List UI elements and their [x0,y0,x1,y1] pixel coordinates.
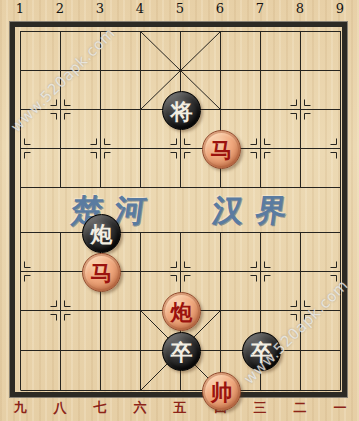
bottom-file-label-9: 一 [328,400,352,416]
piece-black-soldier[interactable]: 卒 [162,332,201,371]
piece-black-general[interactable]: 将 [162,91,201,130]
piece-black-cannon[interactable]: 炮 [82,214,121,253]
top-file-label-7: 7 [248,1,272,17]
bottom-file-label-1: 九 [8,400,32,416]
top-file-label-1: 1 [8,1,32,17]
piece-red-cannon[interactable]: 炮 [162,292,201,331]
river-label-han-jie: 汉界 [210,190,311,228]
top-file-label-6: 6 [208,1,232,17]
top-file-label-8: 8 [288,1,312,17]
bottom-file-label-7: 三 [248,400,272,416]
top-file-label-9: 9 [328,1,352,17]
bottom-file-label-2: 八 [48,400,72,416]
top-file-label-5: 5 [168,1,192,17]
bottom-file-label-3: 七 [88,400,112,416]
top-file-label-4: 4 [128,1,152,17]
piece-red-horse[interactable]: 马 [82,253,121,292]
piece-red-horse[interactable]: 马 [202,130,241,169]
bottom-file-label-4: 六 [128,400,152,416]
piece-black-soldier[interactable]: 卒 [242,332,281,371]
xiangqi-app: 123456789 九八七六五四三二一 楚河 汉界 将马炮马炮卒卒帅 www.5… [0,0,359,421]
piece-red-general[interactable]: 帅 [202,372,241,411]
top-file-label-3: 3 [88,1,112,17]
top-file-label-2: 2 [48,1,72,17]
bottom-file-label-8: 二 [288,400,312,416]
bottom-file-label-5: 五 [168,400,192,416]
